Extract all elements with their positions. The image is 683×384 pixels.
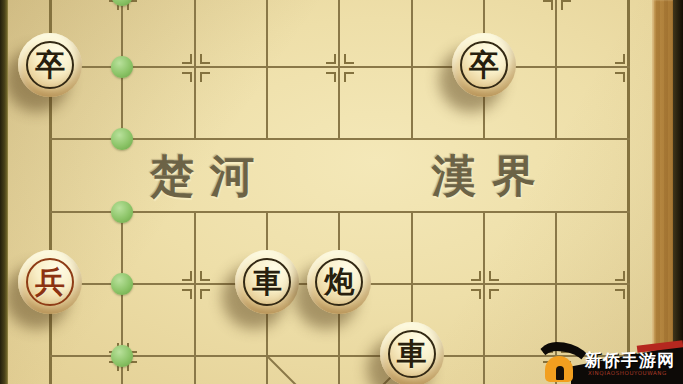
watermark-subtitle: XINQIAOSHOUYOUWANG	[588, 370, 667, 376]
piece-red-soldier[interactable]: 兵	[18, 250, 82, 314]
palace-diagonal-left	[266, 355, 340, 384]
piece-black-soldier[interactable]: 卒	[18, 33, 82, 97]
piece-char: 卒	[35, 50, 65, 80]
point-marker	[344, 72, 354, 82]
point-marker	[200, 271, 210, 281]
point-marker	[471, 289, 481, 299]
grid-line-file-2-top	[194, 0, 196, 139]
piece-char: 車	[397, 339, 427, 369]
board-right-wood-edge	[652, 0, 673, 384]
site-watermark: 新侨手游网 XINQIAOSHOUYOUWANG	[533, 340, 683, 384]
piece-char: 車	[252, 267, 282, 297]
grid-line-file-2-bottom	[194, 212, 196, 384]
grid-line-file-8	[627, 0, 630, 384]
move-hint-dot[interactable]	[111, 56, 133, 78]
piece-black-soldier[interactable]: 卒	[452, 33, 516, 97]
move-hint-dot[interactable]	[111, 201, 133, 223]
move-hint-dot[interactable]	[111, 128, 133, 150]
grid-line-file-3-top	[266, 0, 268, 139]
point-marker	[182, 271, 192, 281]
river-label-han-jie: 漢界	[432, 147, 552, 206]
point-marker	[615, 72, 625, 82]
grid-line-row-3	[50, 66, 630, 68]
piece-black-cannon[interactable]: 炮	[307, 250, 371, 314]
point-marker	[615, 271, 625, 281]
grid-line-file-4-top	[338, 0, 340, 139]
grid-line-file-5-top	[411, 0, 413, 139]
point-marker	[489, 271, 499, 281]
point-marker	[326, 72, 336, 82]
piece-char: 兵	[35, 267, 65, 297]
piece-black-chariot[interactable]: 車	[380, 322, 444, 384]
piece-char: 炮	[324, 267, 354, 297]
point-marker	[182, 72, 192, 82]
grid-line-row-4	[50, 138, 630, 140]
point-marker	[471, 271, 481, 281]
board-left-edge	[0, 0, 8, 384]
point-marker	[615, 54, 625, 64]
river-label-chu-he: 楚河	[150, 147, 270, 206]
point-marker	[543, 0, 553, 10]
point-marker	[182, 289, 192, 299]
point-marker	[326, 54, 336, 64]
piece-black-chariot[interactable]: 車	[235, 250, 299, 314]
point-marker	[200, 72, 210, 82]
point-marker	[561, 0, 571, 10]
grid-line-file-6-bottom	[483, 212, 485, 384]
grid-line-row-5	[50, 211, 630, 213]
move-hint-dot[interactable]	[111, 273, 133, 295]
logo-door-shape	[556, 366, 564, 380]
watermark-title: 新侨手游网	[585, 349, 675, 372]
piece-char: 卒	[469, 50, 499, 80]
xiangqi-board[interactable]: 卒卒兵車炮車	[0, 0, 683, 384]
grid-line-file-7-top	[555, 0, 557, 139]
point-marker	[200, 289, 210, 299]
move-hint-dot[interactable]	[111, 345, 133, 367]
board-right-shadow-edge	[673, 0, 683, 384]
point-marker	[182, 54, 192, 64]
point-marker	[489, 289, 499, 299]
point-marker	[615, 289, 625, 299]
point-marker	[344, 54, 354, 64]
house-logo-icon	[533, 340, 585, 384]
point-marker	[200, 54, 210, 64]
xiangqi-app-screen: 卒卒兵車炮車 楚河 漢界 新侨手游网 XINQIAOSHOUYOUWANG	[0, 0, 683, 384]
